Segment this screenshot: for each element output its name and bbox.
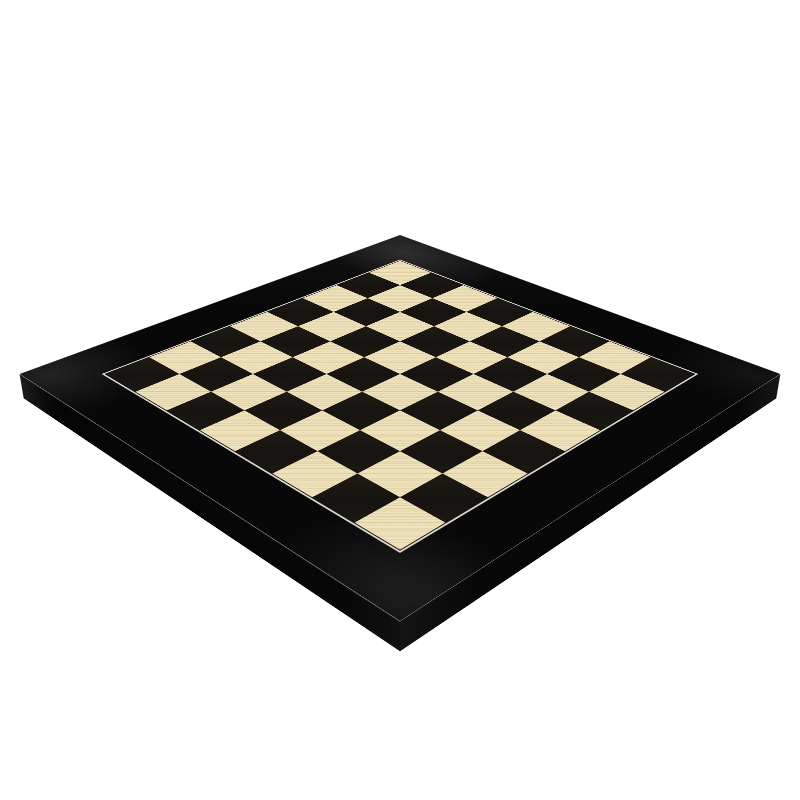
board-frame xyxy=(20,235,781,621)
chess-board xyxy=(20,235,781,621)
product-photo-background xyxy=(0,0,800,800)
